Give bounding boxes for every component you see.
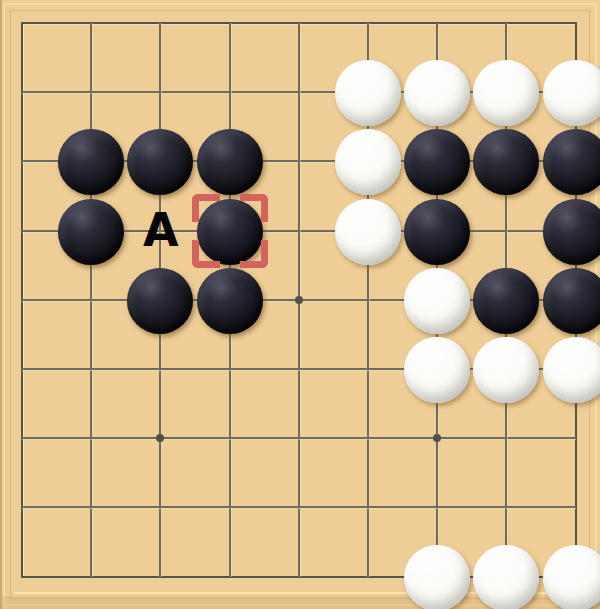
intersection-F5[interactable] xyxy=(333,265,402,334)
intersection-grid xyxy=(0,0,600,609)
intersection-B1[interactable] xyxy=(57,542,126,609)
intersection-F9[interactable] xyxy=(333,0,402,58)
intersection-C5[interactable] xyxy=(126,265,195,334)
intersection-B3[interactable] xyxy=(57,404,126,473)
intersection-E5[interactable] xyxy=(264,265,333,334)
intersection-F6[interactable] xyxy=(333,196,402,265)
intersection-C6[interactable] xyxy=(126,196,195,265)
intersection-D9[interactable] xyxy=(195,0,264,58)
intersection-G7[interactable] xyxy=(403,127,472,196)
intersection-B9[interactable] xyxy=(57,0,126,58)
intersection-J6[interactable] xyxy=(541,196,600,265)
intersection-H7[interactable] xyxy=(472,127,541,196)
intersection-J5[interactable] xyxy=(541,265,600,334)
intersection-A8[interactable] xyxy=(0,58,57,127)
intersection-G1[interactable] xyxy=(403,542,472,609)
intersection-B4[interactable] xyxy=(57,334,126,403)
intersection-G6[interactable] xyxy=(403,196,472,265)
intersection-A4[interactable] xyxy=(0,334,57,403)
intersection-C4[interactable] xyxy=(126,334,195,403)
intersection-J2[interactable] xyxy=(541,473,600,542)
intersection-A7[interactable] xyxy=(0,127,57,196)
intersection-A3[interactable] xyxy=(0,404,57,473)
intersection-F4[interactable] xyxy=(333,334,402,403)
intersection-A9[interactable] xyxy=(0,0,57,58)
intersection-B6[interactable] xyxy=(57,196,126,265)
intersection-B2[interactable] xyxy=(57,473,126,542)
intersection-E7[interactable] xyxy=(264,127,333,196)
intersection-D5[interactable] xyxy=(195,265,264,334)
intersection-J7[interactable] xyxy=(541,127,600,196)
intersection-E6[interactable] xyxy=(264,196,333,265)
intersection-B7[interactable] xyxy=(57,127,126,196)
intersection-E9[interactable] xyxy=(264,0,333,58)
intersection-H9[interactable] xyxy=(472,0,541,58)
intersection-J8[interactable] xyxy=(541,58,600,127)
board-grid: A xyxy=(22,23,576,577)
intersection-F7[interactable] xyxy=(333,127,402,196)
intersection-C2[interactable] xyxy=(126,473,195,542)
intersection-D1[interactable] xyxy=(195,542,264,609)
intersection-D4[interactable] xyxy=(195,334,264,403)
intersection-E3[interactable] xyxy=(264,404,333,473)
intersection-G5[interactable] xyxy=(403,265,472,334)
intersection-C7[interactable] xyxy=(126,127,195,196)
intersection-H6[interactable] xyxy=(472,196,541,265)
intersection-C1[interactable] xyxy=(126,542,195,609)
intersection-H4[interactable] xyxy=(472,334,541,403)
intersection-D7[interactable] xyxy=(195,127,264,196)
intersection-C8[interactable] xyxy=(126,58,195,127)
go-board: A xyxy=(0,0,600,609)
intersection-D3[interactable] xyxy=(195,404,264,473)
intersection-F3[interactable] xyxy=(333,404,402,473)
intersection-G3[interactable] xyxy=(403,404,472,473)
intersection-J4[interactable] xyxy=(541,334,600,403)
intersection-A1[interactable] xyxy=(0,542,57,609)
intersection-B5[interactable] xyxy=(57,265,126,334)
intersection-H8[interactable] xyxy=(472,58,541,127)
intersection-E8[interactable] xyxy=(264,58,333,127)
intersection-J9[interactable] xyxy=(541,0,600,58)
intersection-F2[interactable] xyxy=(333,473,402,542)
intersection-G4[interactable] xyxy=(403,334,472,403)
intersection-H2[interactable] xyxy=(472,473,541,542)
intersection-E2[interactable] xyxy=(264,473,333,542)
intersection-H1[interactable] xyxy=(472,542,541,609)
intersection-H3[interactable] xyxy=(472,404,541,473)
intersection-F8[interactable] xyxy=(333,58,402,127)
intersection-C3[interactable] xyxy=(126,404,195,473)
intersection-F1[interactable] xyxy=(333,542,402,609)
intersection-H5[interactable] xyxy=(472,265,541,334)
intersection-E4[interactable] xyxy=(264,334,333,403)
intersection-J3[interactable] xyxy=(541,404,600,473)
intersection-A5[interactable] xyxy=(0,265,57,334)
intersection-D2[interactable] xyxy=(195,473,264,542)
intersection-E1[interactable] xyxy=(264,542,333,609)
intersection-J1[interactable] xyxy=(541,542,600,609)
intersection-G8[interactable] xyxy=(403,58,472,127)
intersection-C9[interactable] xyxy=(126,0,195,58)
intersection-A2[interactable] xyxy=(0,473,57,542)
intersection-D8[interactable] xyxy=(195,58,264,127)
intersection-G9[interactable] xyxy=(403,0,472,58)
intersection-A6[interactable] xyxy=(0,196,57,265)
intersection-G2[interactable] xyxy=(403,473,472,542)
intersection-B8[interactable] xyxy=(57,58,126,127)
intersection-D6[interactable] xyxy=(195,196,264,265)
